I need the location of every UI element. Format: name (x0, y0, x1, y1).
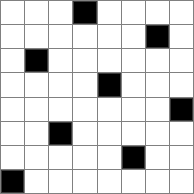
cell-r4c2[interactable] (49, 98, 72, 121)
cell-r2c0[interactable] (1, 49, 24, 72)
cell-r3c1[interactable] (25, 73, 48, 96)
cell-r1c7[interactable] (170, 25, 193, 48)
cell-r0c6[interactable] (146, 1, 169, 24)
cell-r2c3[interactable] (73, 49, 96, 72)
cell-r1c1[interactable] (25, 25, 48, 48)
cell-r4c5[interactable] (122, 98, 145, 121)
blocked-cell-r0c3[interactable] (73, 1, 96, 24)
cell-r7c7[interactable] (170, 170, 193, 193)
cell-r5c1[interactable] (25, 122, 48, 145)
cell-r3c3[interactable] (73, 73, 96, 96)
blocked-cell-r4c7[interactable] (170, 98, 193, 121)
cell-r0c7[interactable] (170, 1, 193, 24)
cell-r7c3[interactable] (73, 170, 96, 193)
cell-r0c2[interactable] (49, 1, 72, 24)
blocked-cell-r1c6[interactable] (146, 25, 169, 48)
cell-r4c0[interactable] (1, 98, 24, 121)
puzzle-area (0, 0, 194, 194)
cell-r1c2[interactable] (49, 25, 72, 48)
cell-r1c0[interactable] (1, 25, 24, 48)
cell-r3c2[interactable] (49, 73, 72, 96)
cell-r7c4[interactable] (98, 170, 121, 193)
cell-r7c2[interactable] (49, 170, 72, 193)
cell-r7c1[interactable] (25, 170, 48, 193)
cell-r4c3[interactable] (73, 98, 96, 121)
cell-r4c6[interactable] (146, 98, 169, 121)
cell-r7c5[interactable] (122, 170, 145, 193)
blocked-cell-r7c0[interactable] (1, 170, 24, 193)
cell-r2c7[interactable] (170, 49, 193, 72)
cell-r1c3[interactable] (73, 25, 96, 48)
cell-r2c6[interactable] (146, 49, 169, 72)
cell-r5c6[interactable] (146, 122, 169, 145)
cell-r3c6[interactable] (146, 73, 169, 96)
cell-r3c0[interactable] (1, 73, 24, 96)
cell-r3c5[interactable] (122, 73, 145, 96)
blocked-cell-r3c4[interactable] (98, 73, 121, 96)
cell-r1c4[interactable] (98, 25, 121, 48)
blocked-cell-r5c2[interactable] (49, 122, 72, 145)
cell-r4c1[interactable] (25, 98, 48, 121)
blocked-cell-r2c1[interactable] (25, 49, 48, 72)
cell-r6c4[interactable] (98, 146, 121, 169)
cell-r3c7[interactable] (170, 73, 193, 96)
cell-r4c4[interactable] (98, 98, 121, 121)
cell-r6c7[interactable] (170, 146, 193, 169)
cell-r6c1[interactable] (25, 146, 48, 169)
cell-r2c2[interactable] (49, 49, 72, 72)
cell-r5c7[interactable] (170, 122, 193, 145)
cell-r2c5[interactable] (122, 49, 145, 72)
cell-r5c3[interactable] (73, 122, 96, 145)
cell-r6c6[interactable] (146, 146, 169, 169)
cell-r6c2[interactable] (49, 146, 72, 169)
cell-r5c0[interactable] (1, 122, 24, 145)
cell-r0c5[interactable] (122, 1, 145, 24)
cell-r6c0[interactable] (1, 146, 24, 169)
cell-r0c1[interactable] (25, 1, 48, 24)
cell-r6c3[interactable] (73, 146, 96, 169)
cell-r2c4[interactable] (98, 49, 121, 72)
cell-r5c4[interactable] (98, 122, 121, 145)
cell-r1c5[interactable] (122, 25, 145, 48)
cell-r0c0[interactable] (1, 1, 24, 24)
puzzle-board (0, 0, 194, 194)
cell-r5c5[interactable] (122, 122, 145, 145)
cell-r7c6[interactable] (146, 170, 169, 193)
cell-r0c4[interactable] (98, 1, 121, 24)
blocked-cell-r6c5[interactable] (122, 146, 145, 169)
